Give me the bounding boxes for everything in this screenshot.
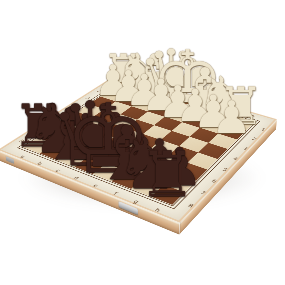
board-square-g5 [168,146,198,163]
board-square-g4 [179,137,208,153]
board-square-e5 [131,134,160,150]
board-square-h7 [163,173,195,192]
board-square-d6 [101,137,131,153]
board-square-b8 [39,144,70,160]
board-square-h5 [187,152,217,169]
board-square-h8 [151,185,184,205]
coordinate-label: 2 [95,90,101,93]
coordinate-label: 7 [32,130,39,133]
board-square-h6 [175,163,206,181]
board-square-e8 [92,163,124,181]
coordinate-label: f [214,104,218,107]
coordinate-label: g [231,109,236,112]
coordinate-label: b [146,85,151,88]
product-photo-scene: aabbccddeeffgghh1122334455667788 ♜♞♟♝♟♛♟… [0,0,285,285]
board-square-f5 [149,140,179,156]
coordinate-label: h [250,115,256,118]
coordinate-label: 5 [59,113,65,116]
coordinate-label: 1 [107,83,113,86]
coordinate-label: 8 [17,140,24,144]
coordinate-label: e [196,99,201,102]
board-square-d7 [88,147,119,164]
board-square-g8 [131,177,164,196]
board-square-h3 [208,133,237,148]
board-square-e7 [106,153,137,170]
board-square-c7 [70,140,100,156]
board-square-f8 [111,170,143,189]
board-square-f6 [137,149,168,166]
board-square-g7 [144,166,176,184]
coordinate-label: 3 [84,97,90,100]
hinge-icon [5,156,13,164]
coordinate-label: 6 [46,121,52,124]
coordinate-label: c [163,90,168,93]
board-square-e6 [119,143,149,159]
board-square-f7 [124,159,156,177]
coordinate-label: 4 [72,105,78,108]
board-square-h4 [198,143,228,159]
board-square-c8 [56,150,87,167]
board-square-g6 [156,156,187,173]
coordinate-label: d [179,94,184,97]
board-square-d8 [74,156,106,173]
board-square-a8 [23,138,54,154]
board-square-b7 [54,134,84,150]
coordinate-label: a [131,80,136,83]
